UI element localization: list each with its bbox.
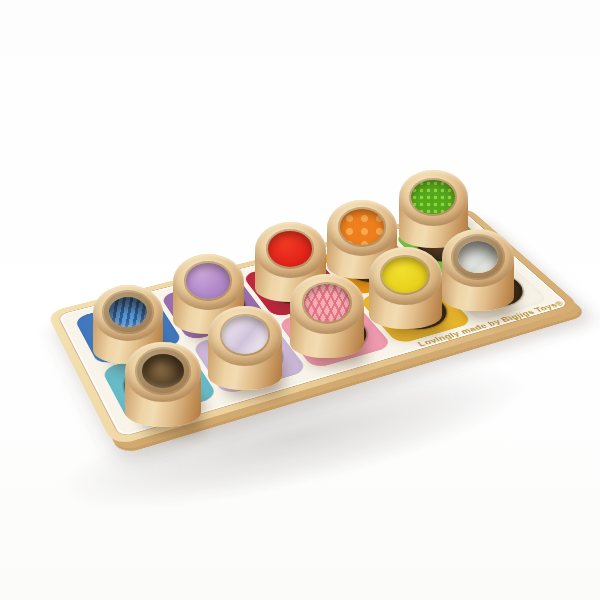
cup-green-bumps-texture-insert: [411, 180, 454, 215]
cup-yellow-felt[interactable]: [369, 247, 442, 331]
cup-lilac-satin-wood-rim: [208, 306, 282, 365]
cup-pink-zigzag-wood-rim: [290, 274, 364, 333]
cup-yellow-felt-wood-rim: [369, 247, 442, 305]
product-photo-background: Lovingly made by Bigjigs Toys®: [0, 0, 600, 600]
cup-mirror-dark-wood-rim: [125, 342, 201, 403]
cup-purple-fleece-texture-insert: [186, 263, 231, 299]
cup-green-bumps-wood-rim: [399, 170, 468, 225]
cup-mirror-dark[interactable]: [125, 342, 201, 429]
cup-yellow-felt-texture-insert: [382, 256, 428, 293]
cup-blue-sticks-texture-insert: [109, 297, 148, 328]
cup-purple-fleece-wood-rim: [173, 254, 244, 311]
cup-red-felt-texture-insert: [268, 231, 313, 267]
cup-pink-zigzag[interactable]: [290, 274, 364, 359]
cup-pink-zigzag-texture-insert: [304, 284, 351, 321]
cup-lilac-satin-texture-insert: [222, 316, 269, 353]
cup-mirror-dark-texture-insert: [142, 354, 184, 387]
cup-mirror-white[interactable]: [442, 229, 514, 312]
cup-orange-bumps-texture-insert: [340, 209, 384, 244]
cup-blue-sticks-wood-rim: [93, 285, 163, 341]
cup-mirror-white-wood-rim: [442, 229, 514, 287]
cup-red-felt-wood-rim: [255, 222, 326, 279]
cup-mirror-white-texture-insert: [458, 241, 498, 273]
cup-lilac-satin[interactable]: [208, 306, 282, 391]
